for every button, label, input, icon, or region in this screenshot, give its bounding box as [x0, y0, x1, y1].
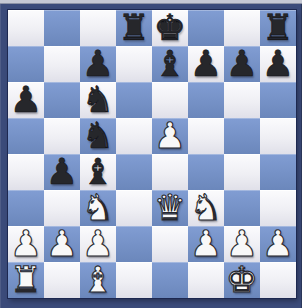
square-c3[interactable]: ♞: [80, 190, 116, 226]
square-b4[interactable]: ♟: [44, 154, 80, 190]
square-h5[interactable]: [260, 118, 296, 154]
square-b6[interactable]: [44, 82, 80, 118]
square-d6[interactable]: [116, 82, 152, 118]
square-d3[interactable]: [116, 190, 152, 226]
square-f4[interactable]: [188, 154, 224, 190]
square-h1[interactable]: [260, 262, 296, 298]
square-a3[interactable]: [8, 190, 44, 226]
square-c4[interactable]: ♝: [80, 154, 116, 190]
white-pawn[interactable]: ♟: [46, 226, 78, 262]
black-king[interactable]: ♚: [154, 10, 186, 46]
square-e2[interactable]: [152, 226, 188, 262]
square-g1[interactable]: ♚: [224, 262, 260, 298]
square-a7[interactable]: [8, 46, 44, 82]
square-b2[interactable]: ♟: [44, 226, 80, 262]
square-f8[interactable]: [188, 10, 224, 46]
square-d5[interactable]: [116, 118, 152, 154]
white-bishop[interactable]: ♝: [82, 262, 114, 298]
square-c5[interactable]: ♞: [80, 118, 116, 154]
white-pawn[interactable]: ♟: [226, 226, 258, 262]
board-frame: ♜♚♜♟♝♟♟♟♟♞♞♟♟♝♞♛♞♟♟♟♟♟♟♜♝♚: [0, 0, 302, 308]
white-pawn[interactable]: ♟: [262, 226, 294, 262]
chess-board: ♜♚♜♟♝♟♟♟♟♞♞♟♟♝♞♛♞♟♟♟♟♟♟♜♝♚: [8, 10, 296, 298]
white-pawn[interactable]: ♟: [190, 226, 222, 262]
black-knight[interactable]: ♞: [82, 82, 114, 118]
black-rook[interactable]: ♜: [118, 10, 150, 46]
square-g8[interactable]: [224, 10, 260, 46]
black-rook[interactable]: ♜: [262, 10, 294, 46]
square-h7[interactable]: ♟: [260, 46, 296, 82]
square-d7[interactable]: [116, 46, 152, 82]
square-d1[interactable]: [116, 262, 152, 298]
black-pawn[interactable]: ♟: [190, 46, 222, 82]
black-knight[interactable]: ♞: [82, 118, 114, 154]
square-f6[interactable]: [188, 82, 224, 118]
square-g7[interactable]: ♟: [224, 46, 260, 82]
square-h3[interactable]: [260, 190, 296, 226]
square-f3[interactable]: ♞: [188, 190, 224, 226]
square-a8[interactable]: [8, 10, 44, 46]
square-h2[interactable]: ♟: [260, 226, 296, 262]
white-rook[interactable]: ♜: [10, 262, 42, 298]
white-queen[interactable]: ♛: [154, 190, 186, 226]
white-pawn[interactable]: ♟: [154, 118, 186, 154]
black-bishop[interactable]: ♝: [82, 154, 114, 190]
black-pawn[interactable]: ♟: [82, 46, 114, 82]
square-b5[interactable]: [44, 118, 80, 154]
square-e1[interactable]: [152, 262, 188, 298]
square-b8[interactable]: [44, 10, 80, 46]
square-e5[interactable]: ♟: [152, 118, 188, 154]
square-c1[interactable]: ♝: [80, 262, 116, 298]
square-b7[interactable]: [44, 46, 80, 82]
black-pawn[interactable]: ♟: [262, 46, 294, 82]
black-pawn[interactable]: ♟: [46, 154, 78, 190]
black-bishop[interactable]: ♝: [154, 46, 186, 82]
square-e6[interactable]: [152, 82, 188, 118]
square-e3[interactable]: ♛: [152, 190, 188, 226]
black-pawn[interactable]: ♟: [10, 82, 42, 118]
square-h4[interactable]: [260, 154, 296, 190]
square-f1[interactable]: [188, 262, 224, 298]
square-g6[interactable]: [224, 82, 260, 118]
square-a1[interactable]: ♜: [8, 262, 44, 298]
white-king[interactable]: ♚: [226, 262, 258, 298]
white-pawn[interactable]: ♟: [10, 226, 42, 262]
square-b1[interactable]: [44, 262, 80, 298]
black-pawn[interactable]: ♟: [226, 46, 258, 82]
square-d4[interactable]: [116, 154, 152, 190]
square-b3[interactable]: [44, 190, 80, 226]
square-c2[interactable]: ♟: [80, 226, 116, 262]
square-f2[interactable]: ♟: [188, 226, 224, 262]
square-d8[interactable]: ♜: [116, 10, 152, 46]
white-pawn[interactable]: ♟: [82, 226, 114, 262]
square-e8[interactable]: ♚: [152, 10, 188, 46]
square-a5[interactable]: [8, 118, 44, 154]
square-a6[interactable]: ♟: [8, 82, 44, 118]
square-h8[interactable]: ♜: [260, 10, 296, 46]
square-f7[interactable]: ♟: [188, 46, 224, 82]
square-c7[interactable]: ♟: [80, 46, 116, 82]
square-g2[interactable]: ♟: [224, 226, 260, 262]
square-d2[interactable]: [116, 226, 152, 262]
square-c6[interactable]: ♞: [80, 82, 116, 118]
square-e7[interactable]: ♝: [152, 46, 188, 82]
white-knight[interactable]: ♞: [82, 190, 114, 226]
square-f5[interactable]: [188, 118, 224, 154]
square-g3[interactable]: [224, 190, 260, 226]
window-edge: [0, 0, 302, 4]
square-g5[interactable]: [224, 118, 260, 154]
square-a2[interactable]: ♟: [8, 226, 44, 262]
square-h6[interactable]: [260, 82, 296, 118]
square-e4[interactable]: [152, 154, 188, 190]
square-c8[interactable]: [80, 10, 116, 46]
square-a4[interactable]: [8, 154, 44, 190]
white-knight[interactable]: ♞: [190, 190, 222, 226]
square-g4[interactable]: [224, 154, 260, 190]
